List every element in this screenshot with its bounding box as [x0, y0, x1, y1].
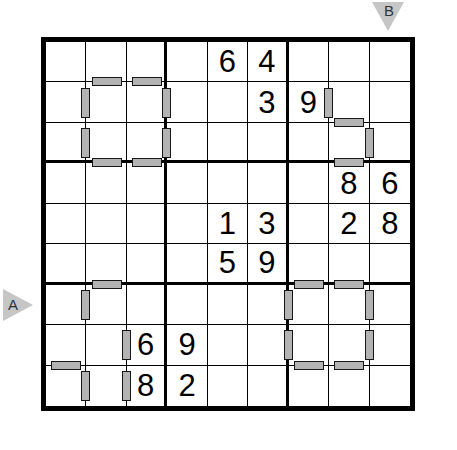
cell-r7c5[interactable] — [208, 285, 248, 325]
cell-r5c8-given: 2 — [329, 204, 369, 244]
cell-r8c2[interactable] — [86, 325, 126, 365]
cell-r5c6-given: 3 — [248, 204, 288, 244]
cell-r9c2[interactable] — [86, 366, 126, 406]
cell-r2c8[interactable] — [329, 82, 369, 122]
cell-r5c1[interactable] — [46, 204, 86, 244]
cell-r1c2[interactable] — [86, 42, 126, 82]
cell-r2c4[interactable] — [167, 82, 207, 122]
cell-r8c9[interactable] — [370, 325, 410, 365]
cell-r4c7[interactable] — [289, 163, 329, 203]
cell-r8c5[interactable] — [208, 325, 248, 365]
edge-bar-vertical-c3-4-r2 — [162, 88, 171, 118]
cell-r6c6-given: 9 — [248, 244, 288, 284]
cell-r6c1[interactable] — [46, 244, 86, 284]
cell-r9c9-given — [370, 366, 410, 406]
edge-bar-vertical-c7-8-r2 — [324, 88, 333, 118]
puzzle-page: B A 6439861328596982 — [0, 0, 457, 450]
cell-r7c3[interactable] — [127, 285, 167, 325]
edge-bar-horizontal-r3-4-c8 — [334, 158, 364, 167]
edge-bar-vertical-c2-3-r8 — [122, 330, 131, 360]
cell-r7c9[interactable] — [370, 285, 410, 325]
cell-r3c4[interactable] — [167, 123, 207, 163]
edge-bar-vertical-c6-7-r7 — [284, 290, 293, 320]
edge-bar-horizontal-r1-2-c3 — [132, 77, 162, 86]
cell-r4c3[interactable] — [127, 163, 167, 203]
cell-r8c8[interactable] — [329, 325, 369, 365]
edge-bar-horizontal-r6-7-c2 — [92, 280, 122, 289]
cell-r1c3[interactable] — [127, 42, 167, 82]
cell-r3c6[interactable] — [248, 123, 288, 163]
cell-r1c4[interactable] — [167, 42, 207, 82]
edge-bar-vertical-c1-2-r9 — [81, 371, 90, 401]
cell-r5c3[interactable] — [127, 204, 167, 244]
edge-bar-horizontal-r2-3-c8 — [334, 118, 364, 127]
cell-r7c2[interactable] — [86, 285, 126, 325]
cell-r7c1[interactable] — [46, 285, 86, 325]
cell-r9c5[interactable] — [208, 366, 248, 406]
cell-r4c5[interactable] — [208, 163, 248, 203]
edge-bar-vertical-c8-9-r3 — [365, 128, 374, 158]
edge-bar-horizontal-r8-9-c7 — [294, 361, 324, 370]
cell-r2c1[interactable] — [46, 82, 86, 122]
cell-r6c9[interactable] — [370, 244, 410, 284]
cell-r9c1[interactable] — [46, 366, 86, 406]
answer-arrow-b: B — [371, 1, 405, 32]
edge-bar-horizontal-r6-7-c7 — [294, 280, 324, 289]
cell-r7c4[interactable] — [167, 285, 207, 325]
arrow-a-label: A — [8, 296, 18, 313]
cell-r6c5-given: 5 — [208, 244, 248, 284]
cell-r7c8[interactable] — [329, 285, 369, 325]
cell-r6c2[interactable] — [86, 244, 126, 284]
cell-r3c5[interactable] — [208, 123, 248, 163]
answer-arrow-a: A — [2, 287, 36, 323]
cell-r4c9-given: 6 — [370, 163, 410, 203]
cell-r4c6[interactable] — [248, 163, 288, 203]
cell-r5c9-given: 8 — [370, 204, 410, 244]
cell-r7c7[interactable] — [289, 285, 329, 325]
cell-r1c8[interactable] — [329, 42, 369, 82]
cell-r2c5[interactable] — [208, 82, 248, 122]
cell-r2c7-given: 9 — [289, 82, 329, 122]
cell-r6c3[interactable] — [127, 244, 167, 284]
cell-r6c7[interactable] — [289, 244, 329, 284]
cell-r3c9[interactable] — [370, 123, 410, 163]
edge-bar-horizontal-r6-7-c8 — [334, 280, 364, 289]
cell-r6c4[interactable] — [167, 244, 207, 284]
cell-r1c9[interactable] — [370, 42, 410, 82]
cell-r3c3[interactable] — [127, 123, 167, 163]
edge-bar-vertical-c3-4-r3 — [162, 128, 171, 158]
edge-bar-vertical-c8-9-r7 — [365, 290, 374, 320]
cell-r5c4[interactable] — [167, 204, 207, 244]
cell-r5c2[interactable] — [86, 204, 126, 244]
sudoku-board: 6439861328596982 — [41, 37, 415, 411]
cell-r5c5-given: 1 — [208, 204, 248, 244]
cell-r1c7[interactable] — [289, 42, 329, 82]
cell-r3c2[interactable] — [86, 123, 126, 163]
cell-r6c8[interactable] — [329, 244, 369, 284]
cell-r8c3-given: 6 — [127, 325, 167, 365]
cell-r3c1[interactable] — [46, 123, 86, 163]
cell-r4c4[interactable] — [167, 163, 207, 203]
cell-r7c6[interactable] — [248, 285, 288, 325]
cell-r9c6[interactable] — [248, 366, 288, 406]
edge-bar-vertical-c1-2-r7 — [81, 290, 90, 320]
edge-bar-vertical-c6-7-r8 — [284, 330, 293, 360]
cell-r8c7[interactable] — [289, 325, 329, 365]
edge-bar-vertical-c1-2-r2 — [81, 88, 90, 118]
cell-r4c2[interactable] — [86, 163, 126, 203]
cell-r9c8[interactable] — [329, 366, 369, 406]
cell-r2c6-given: 3 — [248, 82, 288, 122]
cell-r9c4-given: 2 — [167, 366, 207, 406]
edge-bar-vertical-c8-9-r8 — [365, 330, 374, 360]
cell-r8c4-given: 9 — [167, 325, 207, 365]
cell-r4c1[interactable] — [46, 163, 86, 203]
cell-r8c6[interactable] — [248, 325, 288, 365]
cell-r2c3[interactable] — [127, 82, 167, 122]
edge-bar-horizontal-r3-4-c3 — [132, 158, 162, 167]
arrow-b-label: B — [384, 2, 394, 19]
cell-r4c8-given: 8 — [329, 163, 369, 203]
edge-bar-horizontal-r3-4-c2 — [92, 158, 122, 167]
cell-r9c3-given: 8 — [127, 366, 167, 406]
cell-r5c7[interactable] — [289, 204, 329, 244]
cell-r3c8[interactable] — [329, 123, 369, 163]
cell-r8c1[interactable] — [46, 325, 86, 365]
cell-r3c7[interactable] — [289, 123, 329, 163]
edge-bar-vertical-c1-2-r3 — [81, 128, 90, 158]
cell-r2c2[interactable] — [86, 82, 126, 122]
edge-bar-horizontal-r8-9-c8 — [334, 361, 364, 370]
cell-r1c5-given: 6 — [208, 42, 248, 82]
cell-r2c9[interactable] — [370, 82, 410, 122]
edge-bar-vertical-c2-3-r9 — [122, 371, 131, 401]
cell-r1c1[interactable] — [46, 42, 86, 82]
edge-bar-horizontal-r8-9-c1 — [51, 361, 81, 370]
cell-r9c7[interactable] — [289, 366, 329, 406]
cell-r1c6-given: 4 — [248, 42, 288, 82]
edge-bar-horizontal-r1-2-c2 — [92, 77, 122, 86]
